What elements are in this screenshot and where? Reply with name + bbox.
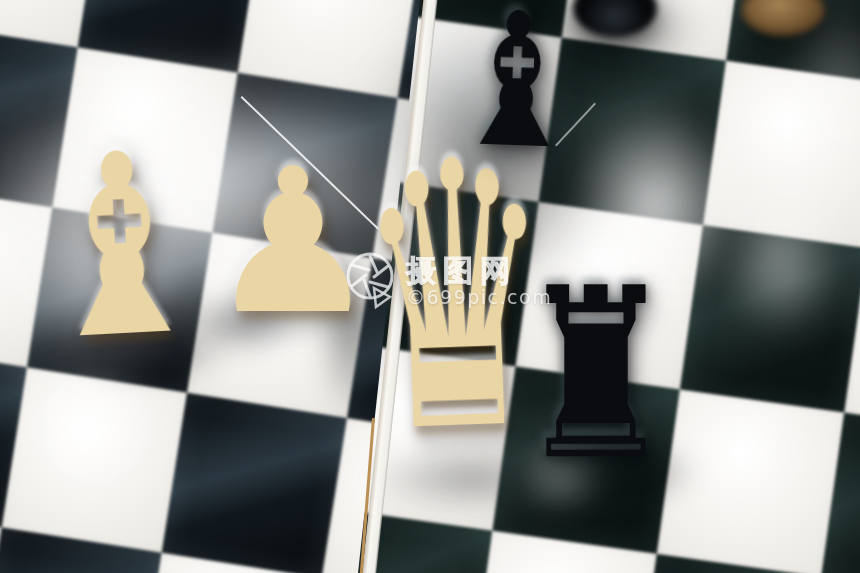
watermark-text: 摄图网 ©699pic.com (406, 254, 552, 308)
board-square (162, 393, 347, 573)
board-square (703, 61, 860, 248)
watermark-url: ©699pic.com (406, 287, 552, 308)
chessboard-photo: ♝♟♛♝♜ 摄图网 ©699pic.com (0, 0, 860, 573)
camera-aperture-icon (344, 250, 398, 312)
board-square (2, 367, 187, 552)
watermark: 摄图网 ©699pic.com (344, 250, 552, 312)
board-square (680, 225, 860, 412)
watermark-site-name: 摄图网 (406, 254, 552, 287)
white-pawn[interactable]: ♟ (208, 142, 378, 342)
board-square (657, 389, 844, 573)
white-bishop[interactable]: ♝ (27, 118, 215, 377)
black-bishop[interactable]: ♝ (447, 0, 586, 176)
